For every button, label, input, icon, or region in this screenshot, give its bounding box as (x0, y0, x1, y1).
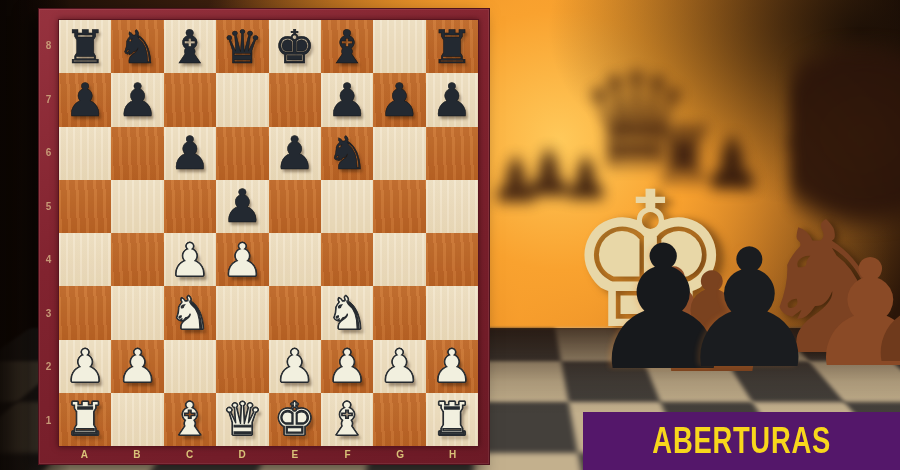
piece-black-pawn: ♟ (65, 77, 106, 123)
square-f4 (321, 233, 373, 286)
rank-label-4: 4 (39, 233, 58, 287)
square-a5 (59, 180, 111, 233)
square-c4: ♟ (164, 233, 216, 286)
thumbnail-graphic: ♟ ♟ ♟ ♛ ♜ ♟ ♞ ♚ ♟ ♟ ♞ ♟ ♟ ♟ ♟ 87654321 ♜… (0, 0, 900, 470)
square-d8: ♛ (216, 20, 268, 73)
rank-label-8: 8 (39, 19, 58, 73)
square-h7: ♟ (426, 73, 478, 126)
piece-black-bishop: ♝ (326, 24, 367, 70)
square-h8: ♜ (426, 20, 478, 73)
piece-black-pawn: ♟ (379, 77, 420, 123)
square-c2 (164, 340, 216, 393)
rank-label-3: 3 (39, 287, 58, 341)
square-e2: ♟ (269, 340, 321, 393)
piece-black-knight: ♞ (326, 130, 367, 176)
square-a6 (59, 127, 111, 180)
piece-white-pawn: ♟ (379, 343, 420, 389)
square-d3 (216, 286, 268, 339)
rank-label-1: 1 (39, 394, 58, 448)
piece-white-pawn: ♟ (326, 343, 367, 389)
piece-white-rook: ♜ (431, 396, 472, 442)
square-h1: ♜ (426, 393, 478, 446)
square-e8: ♚ (269, 20, 321, 73)
square-b2: ♟ (111, 340, 163, 393)
square-e6: ♟ (269, 127, 321, 180)
file-coordinates: ABCDEFGH (58, 445, 479, 464)
piece-black-pawn: ♟ (169, 130, 210, 176)
square-h3 (426, 286, 478, 339)
file-label-d: D (216, 445, 269, 464)
square-c6: ♟ (164, 127, 216, 180)
rank-label-6: 6 (39, 126, 58, 180)
square-h6 (426, 127, 478, 180)
square-d7 (216, 73, 268, 126)
piece-white-king: ♚ (274, 396, 315, 442)
piece-black-pawn: ♟ (274, 130, 315, 176)
piece-white-rook: ♜ (65, 396, 106, 442)
square-g7: ♟ (373, 73, 425, 126)
board-squares: ♜♞♝♛♚♝♜♟♟♟♟♟♟♟♞♟♟♟♞♞♟♟♟♟♟♟♜♝♛♚♝♜ (58, 19, 479, 447)
square-g5 (373, 180, 425, 233)
piece-white-pawn: ♟ (431, 343, 472, 389)
square-h2: ♟ (426, 340, 478, 393)
file-label-h: H (426, 445, 479, 464)
square-f1: ♝ (321, 393, 373, 446)
square-a3 (59, 286, 111, 339)
square-d1: ♛ (216, 393, 268, 446)
square-d5: ♟ (216, 180, 268, 233)
square-b3 (111, 286, 163, 339)
piece-black-king: ♚ (274, 24, 315, 70)
square-a7: ♟ (59, 73, 111, 126)
chess-board-diagram: 87654321 ♜♞♝♛♚♝♜♟♟♟♟♟♟♟♞♟♟♟♞♞♟♟♟♟♟♟♜♝♛♚♝… (38, 8, 490, 465)
square-e3 (269, 286, 321, 339)
rank-coordinates: 87654321 (39, 19, 58, 447)
square-b7: ♟ (111, 73, 163, 126)
title-banner: ABERTURAS (583, 412, 900, 470)
file-label-g: G (374, 445, 427, 464)
square-h5 (426, 180, 478, 233)
piece-black-bishop: ♝ (169, 24, 210, 70)
square-b4 (111, 233, 163, 286)
square-c3: ♞ (164, 286, 216, 339)
square-g1 (373, 393, 425, 446)
piece-white-bishop: ♝ (169, 396, 210, 442)
piece-black-knight: ♞ (117, 24, 158, 70)
square-h4 (426, 233, 478, 286)
piece-black-pawn: ♟ (222, 183, 263, 229)
square-a2: ♟ (59, 340, 111, 393)
square-c1: ♝ (164, 393, 216, 446)
square-a1: ♜ (59, 393, 111, 446)
square-d4: ♟ (216, 233, 268, 286)
banner-label: ABERTURAS (652, 420, 831, 462)
file-label-c: C (163, 445, 216, 464)
rank-label-5: 5 (39, 180, 58, 234)
piece-white-pawn: ♟ (222, 237, 263, 283)
file-label-f: F (321, 445, 374, 464)
piece-black-rook: ♜ (431, 24, 472, 70)
rank-label-2: 2 (39, 340, 58, 394)
piece-black-pawn: ♟ (431, 77, 472, 123)
square-f5 (321, 180, 373, 233)
square-d2 (216, 340, 268, 393)
square-g2: ♟ (373, 340, 425, 393)
piece-white-pawn: ♟ (65, 343, 106, 389)
piece-white-knight: ♞ (326, 290, 367, 336)
square-g3 (373, 286, 425, 339)
piece-white-bishop: ♝ (326, 396, 367, 442)
square-b8: ♞ (111, 20, 163, 73)
rank-label-7: 7 (39, 73, 58, 127)
piece-black-pawn: ♟ (117, 77, 158, 123)
square-f8: ♝ (321, 20, 373, 73)
square-c5 (164, 180, 216, 233)
piece-white-pawn: ♟ (169, 237, 210, 283)
square-b5 (111, 180, 163, 233)
square-c7 (164, 73, 216, 126)
square-f7: ♟ (321, 73, 373, 126)
square-c8: ♝ (164, 20, 216, 73)
square-b1 (111, 393, 163, 446)
square-f2: ♟ (321, 340, 373, 393)
square-f6: ♞ (321, 127, 373, 180)
piece-white-queen: ♛ (222, 396, 263, 442)
square-a4 (59, 233, 111, 286)
file-label-e: E (269, 445, 322, 464)
square-e5 (269, 180, 321, 233)
file-label-a: A (58, 445, 111, 464)
file-label-b: B (111, 445, 164, 464)
square-a8: ♜ (59, 20, 111, 73)
piece-white-knight: ♞ (169, 290, 210, 336)
square-d6 (216, 127, 268, 180)
piece-black-rook: ♜ (65, 24, 106, 70)
square-e1: ♚ (269, 393, 321, 446)
square-g8 (373, 20, 425, 73)
square-g4 (373, 233, 425, 286)
piece-white-pawn: ♟ (117, 343, 158, 389)
square-g6 (373, 127, 425, 180)
square-b6 (111, 127, 163, 180)
piece-white-pawn: ♟ (274, 343, 315, 389)
square-f3: ♞ (321, 286, 373, 339)
piece-black-queen: ♛ (222, 24, 263, 70)
piece-black-pawn: ♟ (326, 77, 367, 123)
square-e7 (269, 73, 321, 126)
square-e4 (269, 233, 321, 286)
